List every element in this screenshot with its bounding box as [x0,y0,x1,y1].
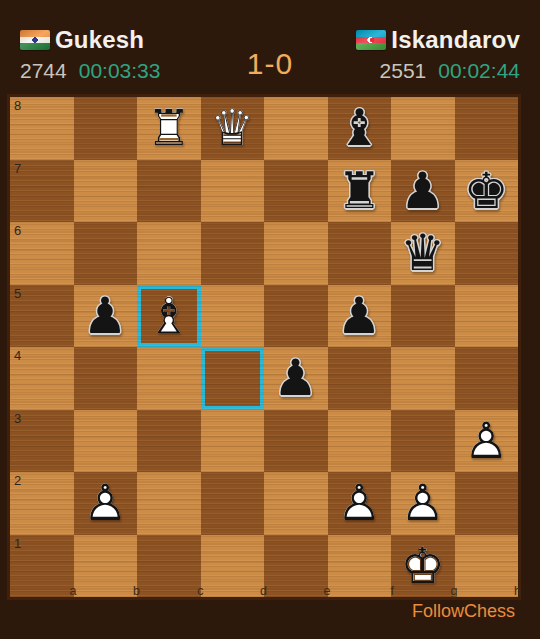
square-d3[interactable] [201,410,265,473]
white-pawn-b2[interactable]: ♟♙ [74,472,138,535]
square-c8[interactable]: ♜♖ [137,97,201,160]
player-white-panel: Gukesh 2744 00:03:33 [20,26,215,97]
square-c4[interactable] [137,347,201,410]
piece-outline-glyph: ♙ [74,472,138,535]
file-label-b: b [133,584,140,598]
game-header: Gukesh 2744 00:03:33 1-0 Iskandarov 2551… [0,0,540,97]
file-label-d: d [260,584,267,598]
square-g1[interactable]: g♚♔ [391,535,455,598]
square-f5[interactable]: ♟ [328,285,392,348]
rank-label-2: 2 [14,473,21,488]
square-b3[interactable] [74,410,138,473]
piece-glyph: ♚ [455,160,519,223]
black-queen-g6[interactable]: ♛ [391,222,455,285]
rank-label-7: 7 [14,161,21,176]
rank-label-4: 4 [14,348,21,363]
rank-label-8: 8 [14,98,21,113]
white-rating: 2744 [20,59,67,83]
black-bishop-f8[interactable]: ♝ [328,97,392,160]
piece-outline-glyph: ♙ [455,410,519,473]
square-a7[interactable]: 7 [10,160,74,223]
square-d5[interactable] [201,285,265,348]
square-a5[interactable]: 5 [10,285,74,348]
file-label-e: e [324,584,331,598]
rank-label-5: 5 [14,286,21,301]
white-pawn-h3[interactable]: ♟♙ [455,410,519,473]
square-a8[interactable]: 8 [10,97,74,160]
square-f4[interactable] [328,347,392,410]
square-c6[interactable] [137,222,201,285]
square-b7[interactable] [74,160,138,223]
square-a4[interactable]: 4 [10,347,74,410]
square-b4[interactable] [74,347,138,410]
square-b6[interactable] [74,222,138,285]
square-h2[interactable] [455,472,519,535]
white-pawn-g2[interactable]: ♟♙ [391,472,455,535]
square-b1[interactable]: b [74,535,138,598]
rank-label-6: 6 [14,223,21,238]
square-b5[interactable]: ♟ [74,285,138,348]
footer-bar: FollowChess [412,601,515,622]
white-player-name: Gukesh [55,26,144,54]
white-queen-d8[interactable]: ♛♕ [201,97,265,160]
square-a2[interactable]: 2 [10,472,74,535]
piece-outline-glyph: ♖ [137,97,201,160]
square-c7[interactable] [137,160,201,223]
square-g7[interactable]: ♟ [391,160,455,223]
square-g2[interactable]: ♟♙ [391,472,455,535]
azerbaijan-flag-icon [356,30,386,50]
square-d6[interactable] [201,222,265,285]
square-e8[interactable] [264,97,328,160]
square-h4[interactable] [455,347,519,410]
piece-glyph: ♝ [328,97,392,160]
file-label-g: g [451,584,458,598]
square-c1[interactable]: c [137,535,201,598]
square-h7[interactable]: ♚ [455,160,519,223]
square-e4[interactable]: ♟ [264,347,328,410]
piece-glyph: ♟ [391,160,455,223]
file-label-f: f [391,584,394,598]
black-rating: 2551 [380,59,427,83]
white-king-g1[interactable]: ♚♔ [391,535,455,598]
black-clock: 00:02:44 [438,59,520,83]
square-e6[interactable] [264,222,328,285]
piece-outline-glyph: ♙ [391,472,455,535]
square-d2[interactable] [201,472,265,535]
piece-outline-glyph: ♕ [201,97,265,160]
square-c5[interactable]: ♝♗ [137,285,201,348]
square-e1[interactable]: e [264,535,328,598]
file-label-h: h [514,584,521,598]
square-b2[interactable]: ♟♙ [74,472,138,535]
piece-glyph: ♛ [391,222,455,285]
square-h8[interactable] [455,97,519,160]
chess-board: 8♜♖♛♕♝7♜♟♚6♛5♟♝♗♟4♟3♟♙2♟♙♟♙♟♙1abcdefg♚♔h [10,97,518,597]
black-rook-f7[interactable]: ♜ [328,160,392,223]
black-pawn-f5[interactable]: ♟ [328,285,392,348]
square-a3[interactable]: 3 [10,410,74,473]
white-clock: 00:03:33 [79,59,161,83]
piece-outline-glyph: ♗ [137,285,201,348]
square-f6[interactable] [328,222,392,285]
square-g6[interactable]: ♛ [391,222,455,285]
piece-outline-glyph: ♔ [391,535,455,598]
square-d4[interactable] [201,347,265,410]
piece-glyph: ♟ [264,347,328,410]
square-d1[interactable]: d [201,535,265,598]
game-result: 1-0 [215,47,325,97]
square-f3[interactable] [328,410,392,473]
square-h1[interactable]: h [455,535,519,598]
square-d7[interactable] [201,160,265,223]
black-pawn-g7[interactable]: ♟ [391,160,455,223]
square-b8[interactable] [74,97,138,160]
square-c3[interactable] [137,410,201,473]
piece-glyph: ♜ [328,160,392,223]
rank-label-3: 3 [14,411,21,426]
square-g8[interactable] [391,97,455,160]
rank-label-1: 1 [14,536,21,551]
white-rook-c8[interactable]: ♜♖ [137,97,201,160]
black-pawn-e4[interactable]: ♟ [264,347,328,410]
square-a6[interactable]: 6 [10,222,74,285]
square-g5[interactable] [391,285,455,348]
square-e2[interactable] [264,472,328,535]
square-d8[interactable]: ♛♕ [201,97,265,160]
square-g3[interactable] [391,410,455,473]
file-label-a: a [70,584,77,598]
piece-glyph: ♟ [328,285,392,348]
square-f7[interactable]: ♜ [328,160,392,223]
white-bishop-c5[interactable]: ♝♗ [137,285,201,348]
player-black-panel: Iskandarov 2551 00:02:44 [325,26,520,97]
india-flag-icon [20,30,50,50]
square-e3[interactable] [264,410,328,473]
square-f1[interactable]: f [328,535,392,598]
black-pawn-b5[interactable]: ♟ [74,285,138,348]
black-king-h7[interactable]: ♚ [455,160,519,223]
file-label-c: c [197,584,203,598]
square-e7[interactable] [264,160,328,223]
square-h5[interactable] [455,285,519,348]
square-f2[interactable]: ♟♙ [328,472,392,535]
white-pawn-f2[interactable]: ♟♙ [328,472,392,535]
square-a1[interactable]: 1a [10,535,74,598]
square-e5[interactable] [264,285,328,348]
followchess-brand: FollowChess [412,601,515,621]
square-h6[interactable] [455,222,519,285]
piece-glyph: ♟ [74,285,138,348]
square-c2[interactable] [137,472,201,535]
square-h3[interactable]: ♟♙ [455,410,519,473]
piece-outline-glyph: ♙ [328,472,392,535]
black-player-name: Iskandarov [391,26,520,54]
square-g4[interactable] [391,347,455,410]
square-f8[interactable]: ♝ [328,97,392,160]
